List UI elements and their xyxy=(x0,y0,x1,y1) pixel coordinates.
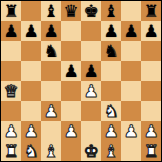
square-d3[interactable] xyxy=(61,101,81,121)
square-h3[interactable] xyxy=(141,101,161,121)
piece-black-pawn: ♟ xyxy=(103,21,118,41)
square-g8[interactable] xyxy=(121,1,141,21)
square-e4[interactable]: ♟ xyxy=(81,81,101,101)
square-b1[interactable]: ♞ xyxy=(21,141,41,161)
square-h2[interactable]: ♟ xyxy=(141,121,161,141)
piece-black-bishop: ♝ xyxy=(103,1,118,21)
piece-white-king: ♚ xyxy=(83,141,98,161)
piece-white-pawn: ♟ xyxy=(3,121,18,141)
square-h7[interactable]: ♟ xyxy=(141,21,161,41)
square-d1[interactable] xyxy=(61,141,81,161)
piece-black-pawn: ♟ xyxy=(83,61,98,81)
square-b8[interactable] xyxy=(21,1,41,21)
square-c5[interactable] xyxy=(41,61,61,81)
square-b6[interactable] xyxy=(21,41,41,61)
piece-black-pawn: ♟ xyxy=(63,61,78,81)
square-d8[interactable]: ♛ xyxy=(61,1,81,21)
square-e1[interactable]: ♚ xyxy=(81,141,101,161)
piece-black-pawn: ♟ xyxy=(123,21,138,41)
square-a6[interactable] xyxy=(1,41,21,61)
piece-white-pawn: ♟ xyxy=(83,81,98,101)
piece-white-pawn: ♟ xyxy=(123,121,138,141)
piece-white-queen: ♛ xyxy=(3,81,18,101)
square-e8[interactable]: ♚ xyxy=(81,1,101,21)
square-g1[interactable] xyxy=(121,141,141,161)
square-e2[interactable] xyxy=(81,121,101,141)
piece-white-bishop: ♝ xyxy=(43,141,58,161)
square-e7[interactable] xyxy=(81,21,101,41)
square-a3[interactable] xyxy=(1,101,21,121)
square-f4[interactable] xyxy=(101,81,121,101)
square-a1[interactable]: ♜ xyxy=(1,141,21,161)
square-c1[interactable]: ♝ xyxy=(41,141,61,161)
square-f3[interactable]: ♞ xyxy=(101,101,121,121)
square-g7[interactable]: ♟ xyxy=(121,21,141,41)
piece-black-pawn: ♟ xyxy=(23,21,38,41)
square-e6[interactable] xyxy=(81,41,101,61)
square-f6[interactable]: ♞ xyxy=(101,41,121,61)
square-d7[interactable] xyxy=(61,21,81,41)
square-e5[interactable]: ♟ xyxy=(81,61,101,81)
square-d2[interactable]: ♟ xyxy=(61,121,81,141)
square-b5[interactable] xyxy=(21,61,41,81)
square-b7[interactable]: ♟ xyxy=(21,21,41,41)
square-a5[interactable] xyxy=(1,61,21,81)
square-h6[interactable] xyxy=(141,41,161,61)
piece-black-pawn: ♟ xyxy=(143,21,158,41)
square-f8[interactable]: ♝ xyxy=(101,1,121,21)
square-f1[interactable]: ♝ xyxy=(101,141,121,161)
chess-board: ♜♝♛♚♝♜♟♟♟♟♟♟♞♞♟♟♛♟♟♞♟♟♟♟♟♟♜♞♝♚♝♜ xyxy=(0,0,162,162)
piece-white-pawn: ♟ xyxy=(103,121,118,141)
square-d6[interactable] xyxy=(61,41,81,61)
piece-white-pawn: ♟ xyxy=(23,121,38,141)
piece-white-rook: ♜ xyxy=(3,141,18,161)
square-a4[interactable]: ♛ xyxy=(1,81,21,101)
square-a8[interactable]: ♜ xyxy=(1,1,21,21)
square-c6[interactable]: ♞ xyxy=(41,41,61,61)
square-g3[interactable] xyxy=(121,101,141,121)
piece-black-queen: ♛ xyxy=(63,1,78,21)
square-f5[interactable] xyxy=(101,61,121,81)
piece-white-knight: ♞ xyxy=(103,101,118,121)
piece-black-rook: ♜ xyxy=(3,1,18,21)
square-g6[interactable] xyxy=(121,41,141,61)
square-g5[interactable] xyxy=(121,61,141,81)
square-b2[interactable]: ♟ xyxy=(21,121,41,141)
square-c7[interactable]: ♟ xyxy=(41,21,61,41)
square-c2[interactable] xyxy=(41,121,61,141)
square-h5[interactable] xyxy=(141,61,161,81)
piece-black-bishop: ♝ xyxy=(43,1,58,21)
square-h4[interactable] xyxy=(141,81,161,101)
piece-black-rook: ♜ xyxy=(143,1,158,21)
piece-white-pawn: ♟ xyxy=(63,121,78,141)
piece-white-pawn: ♟ xyxy=(143,121,158,141)
square-f7[interactable]: ♟ xyxy=(101,21,121,41)
square-g2[interactable]: ♟ xyxy=(121,121,141,141)
square-c4[interactable] xyxy=(41,81,61,101)
square-a2[interactable]: ♟ xyxy=(1,121,21,141)
square-b4[interactable] xyxy=(21,81,41,101)
chess-board-window: ♜♝♛♚♝♜♟♟♟♟♟♟♞♞♟♟♛♟♟♞♟♟♟♟♟♟♜♞♝♚♝♜ xyxy=(0,0,162,162)
square-c8[interactable]: ♝ xyxy=(41,1,61,21)
piece-black-knight: ♞ xyxy=(103,41,118,61)
piece-white-knight: ♞ xyxy=(23,141,38,161)
square-d5[interactable]: ♟ xyxy=(61,61,81,81)
square-a7[interactable]: ♟ xyxy=(1,21,21,41)
piece-white-rook: ♜ xyxy=(143,141,158,161)
square-e3[interactable] xyxy=(81,101,101,121)
square-h1[interactable]: ♜ xyxy=(141,141,161,161)
piece-white-pawn: ♟ xyxy=(43,101,58,121)
square-g4[interactable] xyxy=(121,81,141,101)
piece-black-king: ♚ xyxy=(83,1,98,21)
piece-black-pawn: ♟ xyxy=(43,21,58,41)
square-b3[interactable] xyxy=(21,101,41,121)
square-c3[interactable]: ♟ xyxy=(41,101,61,121)
piece-black-knight: ♞ xyxy=(43,41,58,61)
square-d4[interactable] xyxy=(61,81,81,101)
square-f2[interactable]: ♟ xyxy=(101,121,121,141)
square-h8[interactable]: ♜ xyxy=(141,1,161,21)
piece-black-pawn: ♟ xyxy=(3,21,18,41)
piece-white-bishop: ♝ xyxy=(103,141,118,161)
